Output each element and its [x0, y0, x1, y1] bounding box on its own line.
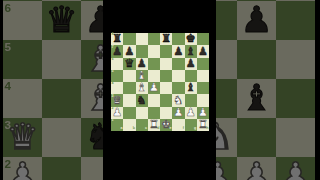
- square-a6: 6: [3, 1, 42, 40]
- square-g3: [237, 118, 276, 157]
- square-h4[interactable]: [197, 82, 209, 94]
- white-bishop-piece: ♝: [137, 82, 147, 93]
- black-pawn-piece: ♟: [137, 58, 147, 69]
- white-pawn-piece: ♟: [186, 107, 196, 118]
- black-king-piece: ♚: [186, 33, 196, 44]
- square-f4[interactable]: [172, 82, 184, 94]
- square-b6: ♛: [42, 1, 81, 40]
- white-pawn-piece: ♟: [240, 158, 272, 180]
- square-e6[interactable]: [160, 58, 172, 70]
- square-e2[interactable]: [160, 107, 172, 119]
- square-d6[interactable]: [148, 58, 160, 70]
- white-pawn-piece: ♟: [173, 107, 183, 118]
- square-c4[interactable]: ♝: [136, 82, 148, 94]
- square-g2: ♟: [237, 157, 276, 180]
- black-rook-piece: ♜: [112, 33, 122, 44]
- square-c7[interactable]: [136, 45, 148, 57]
- square-b4[interactable]: [123, 82, 135, 94]
- square-a6[interactable]: 6: [111, 58, 123, 70]
- square-g3[interactable]: [185, 94, 197, 106]
- square-g5: [237, 40, 276, 79]
- square-g6[interactable]: ♟: [185, 58, 197, 70]
- square-g4[interactable]: ♝: [185, 82, 197, 94]
- square-c3[interactable]: ♞: [136, 94, 148, 106]
- black-knight-piece: ♞: [137, 95, 147, 106]
- square-b4: [42, 79, 81, 118]
- black-bishop-piece: ♝: [186, 46, 196, 57]
- square-d5[interactable]: [148, 70, 160, 82]
- square-e7[interactable]: [160, 45, 172, 57]
- white-queen-piece: ♛: [112, 95, 122, 106]
- rank-label: 5: [111, 70, 113, 74]
- square-b3[interactable]: [123, 94, 135, 106]
- square-f5[interactable]: [172, 70, 184, 82]
- white-rook-piece: ♜: [198, 119, 208, 130]
- square-a2[interactable]: 2♟: [111, 107, 123, 119]
- square-e4[interactable]: [160, 82, 172, 94]
- rank-label: 5: [5, 41, 12, 53]
- white-queen-piece: ♛: [6, 119, 38, 155]
- black-pawn-piece: ♟: [186, 58, 196, 69]
- black-pawn-piece: ♟: [173, 46, 183, 57]
- square-e5[interactable]: [160, 70, 172, 82]
- square-b3: [42, 118, 81, 157]
- square-c5[interactable]: ♝: [136, 70, 148, 82]
- square-a5[interactable]: 5: [111, 70, 123, 82]
- square-d8[interactable]: [148, 33, 160, 45]
- square-h2[interactable]: ♟: [197, 107, 209, 119]
- square-b5[interactable]: [123, 70, 135, 82]
- black-pawn-piece: ♟: [112, 46, 122, 57]
- rank-label: 4: [5, 80, 12, 92]
- video-frame: 8♜♜♚7♟♟♟♝♟6♛♟♟5♝4♝♟♝3♛♞♞2♟♟♟♟1abcd♜e♚fgh…: [0, 0, 320, 180]
- square-g6: ♟: [237, 1, 276, 40]
- square-f2[interactable]: ♟: [172, 107, 184, 119]
- white-bishop-piece: ♝: [137, 70, 147, 81]
- square-b5: [42, 40, 81, 79]
- square-g8[interactable]: ♚: [185, 33, 197, 45]
- square-b2: [42, 157, 81, 180]
- square-f8[interactable]: [172, 33, 184, 45]
- black-pawn-piece: ♟: [240, 2, 272, 38]
- square-b6[interactable]: ♛: [123, 58, 135, 70]
- square-c8[interactable]: [136, 33, 148, 45]
- square-h1[interactable]: h♜: [197, 119, 209, 131]
- square-h6: [276, 1, 315, 40]
- square-d1[interactable]: d♜: [148, 119, 160, 131]
- square-e8[interactable]: ♜: [160, 33, 172, 45]
- square-e1[interactable]: e♚: [160, 119, 172, 131]
- square-a7[interactable]: 7♟: [111, 45, 123, 57]
- white-pawn-piece: ♟: [279, 158, 311, 180]
- square-f3[interactable]: ♞: [172, 94, 184, 106]
- square-c6[interactable]: ♟: [136, 58, 148, 70]
- square-h3[interactable]: [197, 94, 209, 106]
- square-a4[interactable]: 4: [111, 82, 123, 94]
- square-h4: [276, 79, 315, 118]
- square-a2: 2♟: [3, 157, 42, 180]
- square-f7[interactable]: ♟: [172, 45, 184, 57]
- white-rook-piece: ♜: [149, 119, 159, 130]
- square-h5[interactable]: [197, 70, 209, 82]
- black-pawn-piece: ♟: [198, 46, 208, 57]
- square-b1[interactable]: b: [123, 119, 135, 131]
- square-h5: [276, 40, 315, 79]
- square-h8[interactable]: [197, 33, 209, 45]
- rank-label: 6: [5, 2, 12, 14]
- square-b2[interactable]: [123, 107, 135, 119]
- white-pawn-piece: ♟: [149, 82, 159, 93]
- square-g2[interactable]: ♟: [185, 107, 197, 119]
- black-rook-piece: ♜: [161, 33, 171, 44]
- chess-board: 8♜♜♚7♟♟♟♝♟6♛♟♟5♝4♝♟♝3♛♞♞2♟♟♟♟1abcd♜e♚fgh…: [111, 33, 209, 131]
- square-c2[interactable]: [136, 107, 148, 119]
- rank-label: 4: [111, 82, 113, 86]
- square-g5[interactable]: [185, 70, 197, 82]
- square-d4[interactable]: ♟: [148, 82, 160, 94]
- square-a8[interactable]: 8♜: [111, 33, 123, 45]
- square-a3[interactable]: 3♛: [111, 94, 123, 106]
- square-h7[interactable]: ♟: [197, 45, 209, 57]
- square-h6[interactable]: [197, 58, 209, 70]
- black-pawn-piece: ♟: [124, 46, 134, 57]
- square-d3[interactable]: [148, 94, 160, 106]
- square-a5: 5: [3, 40, 42, 79]
- black-bishop-piece: ♝: [240, 80, 272, 116]
- square-a3: 3♛: [3, 118, 42, 157]
- black-bishop-piece: ♝: [186, 82, 196, 93]
- square-b7[interactable]: ♟: [123, 45, 135, 57]
- square-d7[interactable]: [148, 45, 160, 57]
- black-queen-piece: ♛: [45, 2, 77, 38]
- square-f6[interactable]: [172, 58, 184, 70]
- white-knight-piece: ♞: [173, 95, 183, 106]
- square-g4: ♝: [237, 79, 276, 118]
- white-pawn-piece: ♟: [6, 158, 38, 180]
- rank-label: 1: [111, 119, 113, 123]
- square-g7[interactable]: ♝: [185, 45, 197, 57]
- square-g1[interactable]: g: [185, 119, 197, 131]
- square-a1[interactable]: 1a: [111, 119, 123, 131]
- white-king-piece: ♚: [161, 119, 171, 130]
- white-pawn-piece: ♟: [112, 107, 122, 118]
- square-a4: 4: [3, 79, 42, 118]
- square-h2: ♟: [276, 157, 315, 180]
- square-c1[interactable]: c: [136, 119, 148, 131]
- square-b8[interactable]: [123, 33, 135, 45]
- square-f1[interactable]: f: [172, 119, 184, 131]
- white-pawn-piece: ♟: [198, 107, 208, 118]
- square-d2[interactable]: [148, 107, 160, 119]
- rank-label: 6: [111, 58, 113, 62]
- square-h3: [276, 118, 315, 157]
- square-e3[interactable]: [160, 94, 172, 106]
- black-queen-piece: ♛: [124, 58, 134, 69]
